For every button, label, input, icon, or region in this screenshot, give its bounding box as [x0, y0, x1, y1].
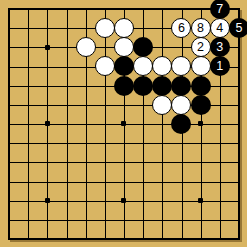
- black-stone: [171, 76, 191, 96]
- white-stone: [76, 37, 96, 57]
- white-stone-move-6: 6: [171, 18, 191, 38]
- black-stone: [191, 76, 211, 96]
- white-stone: [171, 95, 191, 115]
- white-stone-move-2: 2: [191, 37, 211, 57]
- go-board: 76845231: [0, 0, 247, 247]
- black-stone: [191, 95, 211, 115]
- white-stone: [114, 37, 134, 57]
- black-stone-move-7: 7: [210, 0, 230, 19]
- black-stone: [171, 114, 191, 134]
- black-stone: [133, 37, 153, 57]
- black-stone-move-5: 5: [229, 18, 247, 38]
- white-stone: [95, 18, 115, 38]
- white-stone: [152, 95, 172, 115]
- white-stone-move-4: 4: [210, 18, 230, 38]
- white-stone: [152, 56, 172, 76]
- black-stone-move-1: 1: [210, 56, 230, 76]
- white-stone-move-8: 8: [191, 18, 211, 38]
- black-stone-move-3: 3: [210, 37, 230, 57]
- black-stone: [152, 76, 172, 96]
- stones-layer: 76845231: [0, 0, 247, 247]
- white-stone: [95, 56, 115, 76]
- white-stone: [171, 56, 191, 76]
- black-stone: [133, 76, 153, 96]
- white-stone: [114, 18, 134, 38]
- black-stone: [114, 76, 134, 96]
- black-stone: [114, 56, 134, 76]
- white-stone: [191, 56, 211, 76]
- white-stone: [133, 56, 153, 76]
